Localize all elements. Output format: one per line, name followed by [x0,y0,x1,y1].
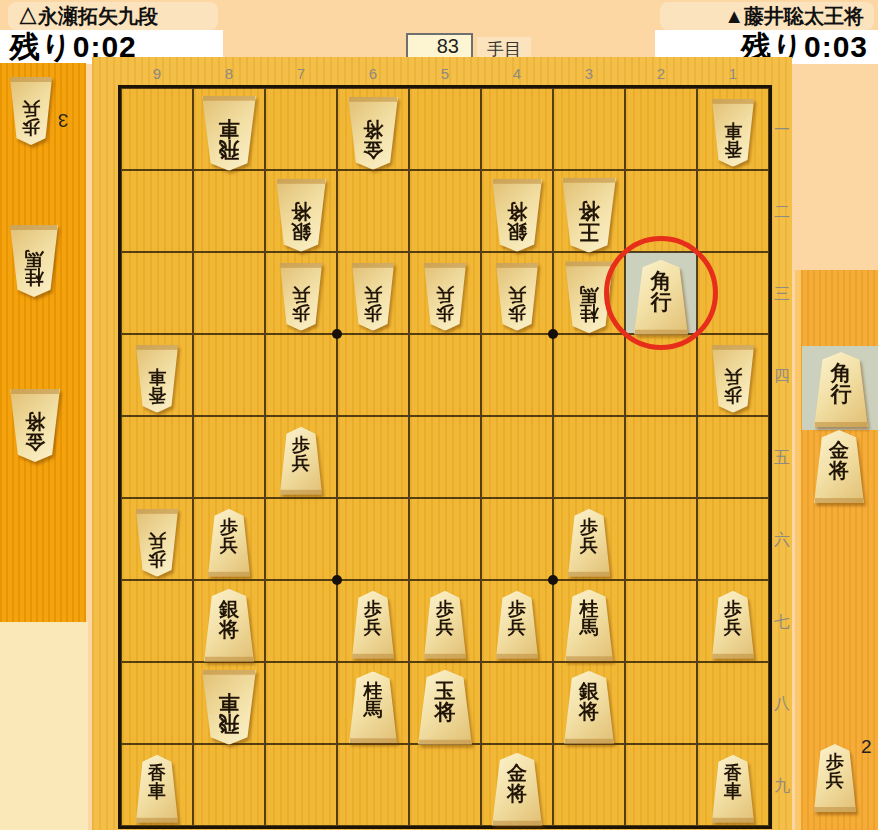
piece-kanji: 将 [219,619,239,639]
board-cell[interactable] [409,334,481,416]
file-label: 7 [265,65,337,82]
shogi-piece-sente[interactable]: 銀将 [203,589,255,651]
shogi-piece-sente[interactable]: 歩兵 [279,427,323,485]
rank-label: 七 [770,612,794,633]
rank-label: 一 [770,120,794,141]
piece-kanji: 金 [829,441,849,461]
board-cell[interactable]: 桂馬 [553,580,625,662]
board-grid: 飛車金将香車銀将銀将王将歩兵歩兵歩兵歩兵桂馬角行香車歩兵歩兵歩兵歩兵歩兵銀将歩兵… [118,85,772,829]
hand-slot: 歩兵3 [0,77,86,163]
shogi-piece-sente[interactable]: 歩兵 [351,591,395,649]
piece-kanji: 兵 [292,454,310,472]
piece-kanji: 香 [148,765,166,783]
rank-label: 三 [770,284,794,305]
piece-kanji: 歩 [724,385,742,403]
rank-label: 五 [770,448,794,469]
piece-kanji: 桂 [580,304,599,323]
piece-kanji: 金 [25,431,45,451]
board-cell[interactable] [481,498,553,580]
piece-kanji: 馬 [364,701,383,720]
board-cell[interactable] [193,170,265,252]
shogi-piece-sente[interactable]: 歩兵 [495,591,539,649]
board-cell[interactable]: 歩兵 [409,252,481,334]
piece-kanji: 角 [831,363,852,384]
board-cell[interactable] [481,416,553,498]
shogi-piece-sente[interactable]: 角行 [813,352,869,416]
board-cell[interactable] [697,662,769,744]
piece-kanji: 兵 [508,618,526,636]
piece-kanji: 歩 [436,601,454,619]
board-cell[interactable]: 銀将 [553,662,625,744]
piece-kanji: 将 [25,412,45,432]
piece-kanji: 兵 [724,618,742,636]
board-cell[interactable] [121,580,193,662]
shogi-piece-sente[interactable]: 角行 [633,260,689,324]
board-cell[interactable] [337,416,409,498]
file-label: 8 [193,65,265,82]
piece-kanji: 行 [831,384,852,405]
piece-kanji: 車 [148,782,166,800]
board-cell[interactable] [193,416,265,498]
board-cell[interactable]: 角行 [625,252,697,334]
board-cell[interactable] [193,252,265,334]
file-label: 3 [553,65,625,82]
piece-kanji: 玉 [435,681,456,702]
shogi-piece-gote[interactable]: 歩兵 [495,263,539,321]
hand-slot: 金将 [801,430,878,516]
hand-piece-count: 3 [58,109,69,131]
shogi-piece-sente[interactable]: 桂馬 [564,589,614,650]
piece-kanji: 兵 [148,532,166,550]
file-label: 1 [697,65,769,82]
shogi-piece-gote[interactable]: 桂馬 [9,225,59,286]
piece-kanji: 兵 [436,618,454,636]
board-cell[interactable]: 歩兵 [265,252,337,334]
shogi-piece-gote[interactable]: 銀将 [491,179,543,241]
move-number-box: 83 [406,33,473,59]
rank-label: 六 [770,530,794,551]
piece-kanji: 歩 [724,601,742,619]
shogi-piece-sente[interactable]: 歩兵 [711,591,755,649]
piece-kanji: 車 [219,119,240,140]
piece-kanji: 将 [291,202,311,222]
shogi-piece-gote[interactable]: 金将 [9,389,61,451]
shogi-piece-gote[interactable]: 香車 [135,345,179,403]
shogi-broadcast-screen: { "game": "shogi", "header": { "gote_nam… [0,0,878,830]
piece-kanji: 兵 [508,286,526,304]
hand-slot: 角行 [801,352,878,438]
piece-kanji: 将 [507,202,527,222]
rank-label: 九 [770,776,794,797]
piece-kanji: 歩 [292,437,310,455]
board-cell[interactable]: 飛車 [193,88,265,170]
piece-kanji: 桂 [364,682,383,701]
shogi-piece-gote[interactable]: 歩兵 [135,509,179,567]
board-cell[interactable]: 王将 [553,170,625,252]
board-cell[interactable]: 香車 [697,88,769,170]
board-cell[interactable] [265,662,337,744]
board-cell[interactable] [337,498,409,580]
piece-kanji: 馬 [25,249,44,268]
board-cell[interactable]: 銀将 [481,170,553,252]
board-cell[interactable]: 歩兵 [697,580,769,662]
board-cell[interactable] [265,88,337,170]
shogi-piece-sente[interactable]: 歩兵 [207,509,251,567]
board-cell[interactable] [481,662,553,744]
board-cell[interactable] [409,416,481,498]
shogi-piece-sente[interactable]: 玉将 [417,670,473,734]
board-cell[interactable]: 歩兵 [121,498,193,580]
shogi-piece-gote[interactable]: 桂馬 [564,261,614,322]
piece-kanji: 歩 [22,117,40,135]
shogi-piece-gote[interactable]: 飛車 [201,96,257,160]
piece-kanji: 銀 [291,221,311,241]
board-cell[interactable] [121,662,193,744]
shogi-piece-sente[interactable]: 金将 [491,753,543,815]
file-label: 5 [409,65,481,82]
piece-kanji: 兵 [220,536,238,554]
board-cell[interactable] [625,88,697,170]
piece-kanji: 将 [435,701,456,722]
board-cell[interactable] [625,170,697,252]
board-cell[interactable]: 歩兵 [409,580,481,662]
piece-kanji: 将 [829,461,849,481]
board-cell[interactable]: 歩兵 [481,252,553,334]
piece-kanji: 王 [579,221,600,242]
board-cell[interactable] [625,662,697,744]
shogi-piece-gote[interactable]: 歩兵 [351,263,395,321]
piece-kanji: 金 [363,139,383,159]
rank-label: 二 [770,202,794,223]
piece-kanji: 歩 [364,303,382,321]
board-cell[interactable]: 香車 [121,334,193,416]
board-cell[interactable] [553,416,625,498]
piece-kanji: 兵 [364,618,382,636]
board-cell[interactable] [121,252,193,334]
board-cell[interactable] [265,580,337,662]
piece-kanji: 角 [651,271,672,292]
shogi-piece-gote[interactable]: 王将 [561,178,617,242]
piece-kanji: 兵 [22,100,40,118]
board-cell[interactable] [265,498,337,580]
board-cell[interactable] [481,334,553,416]
shogi-piece-gote[interactable]: 歩兵 [9,77,53,135]
board-cell[interactable]: 香車 [121,744,193,826]
shogi-piece-gote[interactable]: 香車 [711,99,755,157]
board-cell[interactable] [409,744,481,826]
piece-kanji: 歩 [364,601,382,619]
piece-kanji: 香 [724,139,742,157]
board-cell[interactable]: 桂馬 [337,662,409,744]
piece-kanji: 兵 [436,286,454,304]
piece-kanji: 歩 [292,303,310,321]
board-cell[interactable] [697,252,769,334]
board-cell[interactable] [481,88,553,170]
board-cell[interactable] [193,334,265,416]
piece-kanji: 将 [363,120,383,140]
shogi-piece-gote[interactable]: 歩兵 [279,263,323,321]
star-point [332,329,342,339]
corner-panel [0,622,88,830]
board-cell[interactable] [337,744,409,826]
board-cell[interactable] [409,170,481,252]
board-cell[interactable]: 歩兵 [193,498,265,580]
shogi-piece-gote[interactable]: 飛車 [201,670,257,734]
piece-kanji: 兵 [364,286,382,304]
board-cell[interactable]: 歩兵 [337,580,409,662]
rank-label: 四 [770,366,794,387]
piece-kanji: 兵 [292,286,310,304]
board-cell[interactable] [553,88,625,170]
piece-kanji: 車 [724,782,742,800]
piece-kanji: 銀 [507,221,527,241]
piece-kanji: 香 [148,385,166,403]
piece-kanji: 歩 [148,549,166,567]
shogi-piece-sente[interactable]: 歩兵 [423,591,467,649]
board-cell[interactable]: 玉将 [409,662,481,744]
shogi-piece-gote[interactable]: 金将 [347,97,399,159]
piece-kanji: 兵 [826,772,844,790]
piece-kanji: 車 [148,368,166,386]
piece-kanji: 将 [579,701,599,721]
shogi-piece-gote[interactable]: 歩兵 [423,263,467,321]
piece-kanji: 歩 [508,303,526,321]
board-cell[interactable] [409,498,481,580]
shogi-piece-sente[interactable]: 歩兵 [567,509,611,567]
piece-kanji: 馬 [580,285,599,304]
piece-kanji: 兵 [724,368,742,386]
gote-captured-tray: 歩兵3桂馬金将 [0,63,86,622]
piece-kanji: 歩 [508,601,526,619]
star-point [332,575,342,585]
board-cell[interactable]: 歩兵 [337,252,409,334]
shogi-piece-sente[interactable]: 銀将 [563,671,615,733]
board-cell[interactable]: 桂馬 [553,252,625,334]
board-cell[interactable] [337,334,409,416]
piece-kanji: 飛 [219,713,240,734]
board-cell[interactable] [337,170,409,252]
star-point [548,329,558,339]
shogi-piece-sente[interactable]: 歩兵 [813,744,857,802]
board-cell[interactable] [121,88,193,170]
board-cell[interactable] [697,416,769,498]
board-cell[interactable] [625,744,697,826]
file-label: 2 [625,65,697,82]
piece-kanji: 飛 [219,139,240,160]
piece-kanji: 香 [724,765,742,783]
piece-kanji: 歩 [436,303,454,321]
board-cell[interactable]: 歩兵 [553,498,625,580]
star-point [548,575,558,585]
board-cell[interactable] [553,744,625,826]
file-label: 4 [481,65,553,82]
board-cell[interactable]: 香車 [697,744,769,826]
file-label: 9 [121,65,193,82]
board-cell[interactable]: 金将 [337,88,409,170]
board-cell[interactable]: 金将 [481,744,553,826]
board-cell[interactable] [697,170,769,252]
shogi-piece-sente[interactable]: 香車 [711,755,755,813]
piece-kanji: 車 [219,693,240,714]
board-cell[interactable] [697,498,769,580]
hand-slot: 歩兵2 [801,744,878,830]
board-cell[interactable] [265,334,337,416]
board-cell[interactable] [625,580,697,662]
board-cell[interactable] [265,744,337,826]
board-cell[interactable]: 銀将 [193,580,265,662]
board-cell[interactable] [121,170,193,252]
board-cell[interactable] [409,88,481,170]
board-cell[interactable]: 飛車 [193,662,265,744]
shogi-board: 飛車金将香車銀将銀将王将歩兵歩兵歩兵歩兵桂馬角行香車歩兵歩兵歩兵歩兵歩兵銀将歩兵… [92,57,792,830]
board-cell[interactable]: 歩兵 [697,334,769,416]
piece-kanji: 将 [507,783,527,803]
file-label: 6 [337,65,409,82]
piece-kanji: 歩 [826,754,844,772]
rank-label: 八 [770,694,794,715]
hand-slot: 金将 [0,389,86,475]
hand-slot: 桂馬 [0,225,86,311]
piece-kanji: 将 [579,201,600,222]
piece-kanji: 銀 [219,600,239,620]
board-cell[interactable]: 歩兵 [265,416,337,498]
board-cell[interactable] [625,416,697,498]
piece-kanji: 桂 [580,600,599,619]
shogi-piece-gote[interactable]: 銀将 [275,179,327,241]
board-cell[interactable] [553,334,625,416]
piece-kanji: 兵 [580,536,598,554]
piece-kanji: 行 [651,291,672,312]
shogi-piece-sente[interactable]: 桂馬 [348,671,398,732]
piece-kanji: 銀 [579,682,599,702]
shogi-piece-gote[interactable]: 歩兵 [711,345,755,403]
piece-kanji: 馬 [580,619,599,638]
board-cell[interactable] [625,498,697,580]
board-cell[interactable]: 銀将 [265,170,337,252]
board-cell[interactable] [193,744,265,826]
piece-kanji: 金 [507,764,527,784]
shogi-piece-sente[interactable]: 金将 [813,430,865,492]
shogi-piece-sente[interactable]: 香車 [135,755,179,813]
piece-kanji: 歩 [220,519,238,537]
hand-piece-count: 2 [861,736,872,758]
piece-kanji: 歩 [580,519,598,537]
piece-kanji: 車 [724,122,742,140]
board-cell[interactable]: 歩兵 [481,580,553,662]
board-cell[interactable] [121,416,193,498]
piece-kanji: 桂 [25,267,44,286]
sente-captured-tray: 角行金将歩兵2 [795,270,878,830]
board-cell[interactable] [625,334,697,416]
